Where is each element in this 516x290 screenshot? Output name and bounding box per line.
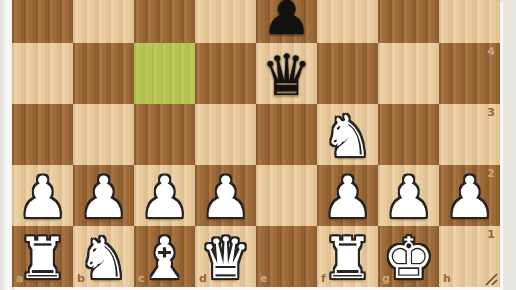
square-h5[interactable] [439,0,500,43]
square-f3[interactable]: ♞ [317,104,378,165]
square-g5[interactable] [378,0,439,43]
square-g3[interactable] [378,104,439,165]
white-pawn-c2[interactable]: ♟ [134,167,195,226]
white-rook-a1[interactable]: ♜ [12,228,73,287]
square-e3[interactable] [256,104,317,165]
square-c3[interactable] [134,104,195,165]
black-pawn-e5[interactable]: ♟ [256,0,317,43]
square-e5[interactable]: ♟ [256,0,317,43]
square-d4[interactable] [195,43,256,104]
page-background: ♟♛♞♟♟♟♟♟♟♟♜♞♝♛♜♚ 4321abcdefgh [0,0,516,290]
white-rook-f1[interactable]: ♜ [317,228,378,287]
white-pawn-a2[interactable]: ♟ [12,167,73,226]
square-f1[interactable]: ♜ [317,226,378,287]
square-a4[interactable] [12,43,73,104]
square-b4[interactable] [73,43,134,104]
square-d3[interactable] [195,104,256,165]
square-c1[interactable]: ♝ [134,226,195,287]
white-pawn-d2[interactable]: ♟ [195,167,256,226]
square-f2[interactable]: ♟ [317,165,378,226]
square-c2[interactable]: ♟ [134,165,195,226]
square-g4[interactable] [378,43,439,104]
white-knight-b1[interactable]: ♞ [73,228,134,287]
white-queen-d1[interactable]: ♛ [195,228,256,287]
square-b5[interactable] [73,0,134,43]
square-a2[interactable]: ♟ [12,165,73,226]
board-resize-handle[interactable] [485,271,498,284]
file-label-h: h [443,272,451,285]
rank-label-4: 4 [487,45,495,58]
page-left-gutter [0,0,12,290]
chess-board: ♟♛♞♟♟♟♟♟♟♟♜♞♝♛♜♚ 4321abcdefgh [12,0,500,287]
square-e2[interactable] [256,165,317,226]
white-bishop-c1[interactable]: ♝ [134,228,195,287]
square-b1[interactable]: ♞ [73,226,134,287]
white-king-g1[interactable]: ♚ [378,228,439,287]
black-queen-e4[interactable]: ♛ [256,45,317,104]
white-knight-f3[interactable]: ♞ [317,106,378,165]
square-c5[interactable] [134,0,195,43]
file-label-e: e [260,272,267,285]
square-e4[interactable]: ♛ [256,43,317,104]
square-f4[interactable] [317,43,378,104]
white-pawn-h2[interactable]: ♟ [439,167,500,226]
square-b2[interactable]: ♟ [73,165,134,226]
white-pawn-b2[interactable]: ♟ [73,167,134,226]
square-c4[interactable] [134,43,195,104]
rank-label-1: 1 [487,228,495,241]
square-d5[interactable] [195,0,256,43]
square-g1[interactable]: ♚ [378,226,439,287]
square-d1[interactable]: ♛ [195,226,256,287]
resize-grip-icon [485,273,498,286]
board-grid: ♟♛♞♟♟♟♟♟♟♟♜♞♝♛♜♚ [12,0,500,287]
square-b3[interactable] [73,104,134,165]
square-d2[interactable]: ♟ [195,165,256,226]
square-f5[interactable] [317,0,378,43]
white-pawn-g2[interactable]: ♟ [378,167,439,226]
white-pawn-f2[interactable]: ♟ [317,167,378,226]
square-a3[interactable] [12,104,73,165]
rank-label-3: 3 [487,106,495,119]
square-a5[interactable] [12,0,73,43]
square-h2[interactable]: ♟ [439,165,500,226]
square-g2[interactable]: ♟ [378,165,439,226]
square-a1[interactable]: ♜ [12,226,73,287]
